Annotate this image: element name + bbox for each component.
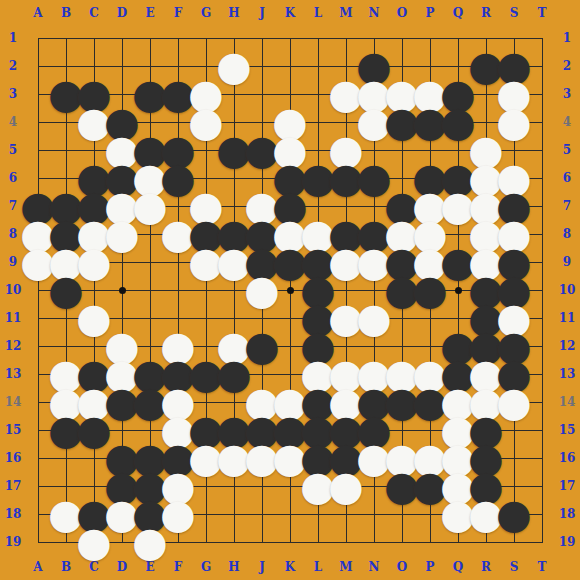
intersection-F10[interactable] [164,276,192,304]
row-label-6: 6 [554,164,580,192]
row-label-14: 14 [0,388,26,416]
intersection-E9[interactable] [136,248,164,276]
intersection-G17[interactable] [192,472,220,500]
row-label-1: 1 [0,24,26,52]
row-label-19: 19 [0,528,26,556]
intersection-A11[interactable] [24,304,52,332]
intersection-E10[interactable] [136,276,164,304]
row-label-11: 11 [554,304,580,332]
intersection-T4[interactable] [528,108,556,136]
col-label-Q: Q [444,0,472,26]
intersection-H17[interactable] [220,472,248,500]
col-label-N: N [360,554,388,580]
intersection-D9[interactable] [108,248,136,276]
row-label-12: 12 [0,332,26,360]
intersection-T2[interactable] [528,52,556,80]
intersection-P1[interactable] [416,24,444,52]
row-label-17: 17 [554,472,580,500]
row-label-16: 16 [0,444,26,472]
intersection-L18[interactable] [304,500,332,528]
row-label-1: 1 [554,24,580,52]
intersection-N11[interactable]: ● [360,304,388,332]
intersection-S18[interactable]: ● [500,500,528,528]
intersection-S14[interactable]: ● [500,388,528,416]
intersection-T17[interactable] [528,472,556,500]
intersection-J10[interactable]: ● [248,276,276,304]
intersection-O19[interactable] [388,528,416,556]
col-label-M: M [332,554,360,580]
col-label-J: J [248,0,276,26]
intersection-P19[interactable] [416,528,444,556]
intersection-J19[interactable] [248,528,276,556]
go-board: ABCDEFGHJKLMNOPQRST ABCDEFGHJKLMNOPQRST … [0,0,580,580]
white-stone-E19: ● [132,522,168,563]
row-label-5: 5 [554,136,580,164]
row-label-2: 2 [554,52,580,80]
intersection-G19[interactable] [192,528,220,556]
intersection-J2[interactable] [248,52,276,80]
intersection-C9[interactable]: ● [80,248,108,276]
intersection-T15[interactable] [528,416,556,444]
intersection-Q19[interactable] [444,528,472,556]
row-label-17: 17 [0,472,26,500]
row-label-18: 18 [0,500,26,528]
row-label-18: 18 [554,500,580,528]
intersection-M18[interactable] [332,500,360,528]
intersection-K2[interactable] [276,52,304,80]
row-label-3: 3 [0,80,26,108]
intersection-K19[interactable] [276,528,304,556]
row-label-3: 3 [554,80,580,108]
row-labels-right: 12345678910111213141516171819 [554,24,580,556]
col-label-G: G [192,554,220,580]
row-label-14: 14 [554,388,580,416]
col-label-F: F [164,0,192,26]
col-label-E: E [136,0,164,26]
col-label-L: L [304,554,332,580]
intersection-H3[interactable] [220,80,248,108]
col-label-A: A [24,0,52,26]
intersection-H19[interactable] [220,528,248,556]
col-label-F: F [164,554,192,580]
intersection-T8[interactable] [528,220,556,248]
row-label-12: 12 [554,332,580,360]
intersection-T9[interactable] [528,248,556,276]
intersection-F18[interactable]: ● [164,500,192,528]
row-labels-left: 12345678910111213141516171819 [0,24,26,556]
row-label-5: 5 [0,136,26,164]
col-label-M: M [332,0,360,26]
intersection-R19[interactable] [472,528,500,556]
intersection-T6[interactable] [528,164,556,192]
intersection-H18[interactable] [220,500,248,528]
col-label-T: T [528,0,556,26]
intersection-H2[interactable]: ● [220,52,248,80]
col-label-R: R [472,554,500,580]
col-label-O: O [388,554,416,580]
intersection-S15[interactable] [500,416,528,444]
intersection-T14[interactable] [528,388,556,416]
intersection-E1[interactable] [136,24,164,52]
intersection-T11[interactable] [528,304,556,332]
intersection-O1[interactable] [388,24,416,52]
intersection-T1[interactable] [528,24,556,52]
col-label-H: H [220,554,248,580]
intersection-T10[interactable] [528,276,556,304]
col-label-K: K [276,554,304,580]
intersection-C1[interactable] [80,24,108,52]
col-label-Q: Q [444,554,472,580]
intersection-T5[interactable] [528,136,556,164]
row-label-7: 7 [554,192,580,220]
column-labels-top: ABCDEFGHJKLMNOPQRST [24,0,556,26]
row-label-16: 16 [554,444,580,472]
intersection-J12[interactable]: ● [248,332,276,360]
row-label-13: 13 [0,360,26,388]
col-label-R: R [472,0,500,26]
intersection-D1[interactable] [108,24,136,52]
intersection-T3[interactable] [528,80,556,108]
intersection-S19[interactable] [500,528,528,556]
intersection-P10[interactable]: ● [416,276,444,304]
intersection-N18[interactable] [360,500,388,528]
col-label-P: P [416,554,444,580]
row-label-15: 15 [554,416,580,444]
row-label-9: 9 [554,248,580,276]
col-label-K: K [276,0,304,26]
intersection-M17[interactable]: ● [332,472,360,500]
row-label-19: 19 [554,528,580,556]
row-label-11: 11 [0,304,26,332]
intersection-F1[interactable] [164,24,192,52]
intersection-O11[interactable] [388,304,416,332]
intersection-J17[interactable] [248,472,276,500]
board-cells: ●●●●●●●●●●●●●●●●●●●●●●●●●●●●●●●●●●●●●●●●… [24,24,556,556]
intersection-T13[interactable] [528,360,556,388]
col-label-A: A [24,554,52,580]
intersection-T18[interactable] [528,500,556,528]
intersection-J18[interactable] [248,500,276,528]
intersection-B16[interactable] [52,444,80,472]
intersection-L19[interactable] [304,528,332,556]
row-label-13: 13 [554,360,580,388]
col-label-C: C [80,0,108,26]
intersection-L1[interactable] [304,24,332,52]
intersection-T19[interactable] [528,528,556,556]
intersection-T12[interactable] [528,332,556,360]
intersection-A1[interactable] [24,24,52,52]
intersection-K1[interactable] [276,24,304,52]
intersection-B1[interactable] [52,24,80,52]
col-label-D: D [108,0,136,26]
intersection-O18[interactable] [388,500,416,528]
intersection-A19[interactable] [24,528,52,556]
col-label-H: H [220,0,248,26]
intersection-N19[interactable] [360,528,388,556]
row-label-8: 8 [554,220,580,248]
col-label-L: L [304,0,332,26]
intersection-D8[interactable]: ● [108,220,136,248]
intersection-J1[interactable] [248,24,276,52]
row-label-15: 15 [0,416,26,444]
intersection-T16[interactable] [528,444,556,472]
col-label-O: O [388,0,416,26]
row-label-4: 4 [554,108,580,136]
intersection-A4[interactable] [24,108,52,136]
col-label-P: P [416,0,444,26]
col-label-N: N [360,0,388,26]
col-label-S: S [500,0,528,26]
intersection-A16[interactable] [24,444,52,472]
white-stone-C19: ● [76,522,112,563]
col-label-G: G [192,0,220,26]
intersection-G18[interactable] [192,500,220,528]
intersection-S16[interactable] [500,444,528,472]
col-label-S: S [500,554,528,580]
intersection-C19[interactable]: ● [80,528,108,556]
row-label-4: 4 [0,108,26,136]
row-label-10: 10 [554,276,580,304]
col-label-T: T [528,554,556,580]
row-label-2: 2 [0,52,26,80]
col-label-B: B [52,0,80,26]
intersection-F19[interactable] [164,528,192,556]
intersection-S4[interactable]: ● [500,108,528,136]
intersection-E19[interactable]: ● [136,528,164,556]
intersection-K18[interactable] [276,500,304,528]
intersection-D10[interactable] [108,276,136,304]
intersection-A5[interactable] [24,136,52,164]
intersection-M19[interactable] [332,528,360,556]
col-label-J: J [248,554,276,580]
intersection-T7[interactable] [528,192,556,220]
intersection-G10[interactable] [192,276,220,304]
